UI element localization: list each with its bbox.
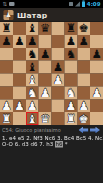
- white-b-piece: ♝: [27, 113, 37, 125]
- square-a8[interactable]: ♜: [0, 22, 13, 35]
- square-f7[interactable]: ♟: [64, 35, 77, 48]
- white-k-piece: ♚: [79, 113, 89, 125]
- square-f1[interactable]: ♜: [64, 112, 77, 125]
- back-arrow-icon[interactable]: [79, 127, 89, 134]
- square-d3[interactable]: ♟: [39, 86, 52, 99]
- black-p-piece: ♟: [91, 48, 101, 60]
- square-d6[interactable]: ♟: [39, 48, 52, 61]
- square-d8[interactable]: ♛: [39, 22, 52, 35]
- white-b-piece: ♝: [27, 74, 37, 86]
- square-g6[interactable]: [77, 48, 90, 61]
- square-a2[interactable]: ♟: [0, 99, 13, 112]
- move-list-line-2[interactable]: O-O 6. d3 d6 7. h3 h6 *: [2, 141, 101, 148]
- square-c7[interactable]: ♟: [26, 35, 39, 48]
- white-q-piece: ♛: [40, 113, 50, 125]
- square-d7[interactable]: [39, 35, 52, 48]
- square-d4[interactable]: [39, 74, 52, 87]
- square-c3[interactable]: ♞: [26, 86, 39, 99]
- move-list-line-2-post: *: [63, 141, 68, 148]
- black-p-piece: ♟: [14, 36, 24, 48]
- black-b-piece: ♝: [27, 23, 37, 35]
- square-c5[interactable]: ♝: [26, 61, 39, 74]
- black-r-piece: ♜: [1, 23, 11, 35]
- black-b-piece: ♝: [27, 61, 37, 73]
- black-p-piece: ♟: [27, 36, 37, 48]
- square-c2[interactable]: ♟: [26, 99, 39, 112]
- opening-name-text: C54: Giuoco pianissimo: [2, 127, 79, 133]
- square-g5[interactable]: [77, 61, 90, 74]
- square-h3[interactable]: ♟: [90, 86, 103, 99]
- square-e3[interactable]: [52, 86, 65, 99]
- square-f6[interactable]: ♞: [64, 48, 77, 61]
- square-b2[interactable]: ♟: [13, 99, 26, 112]
- square-g4[interactable]: [77, 74, 90, 87]
- square-e4[interactable]: ♟: [52, 74, 65, 87]
- app-icon: ♟: [4, 10, 14, 20]
- black-q-piece: ♛: [40, 23, 50, 35]
- square-b6[interactable]: [13, 48, 26, 61]
- square-g2[interactable]: ♟: [77, 99, 90, 112]
- black-p-piece: ♟: [66, 36, 76, 48]
- square-a4[interactable]: [0, 74, 13, 87]
- square-f8[interactable]: ♜: [64, 22, 77, 35]
- square-a1[interactable]: ♜: [0, 112, 13, 125]
- square-g3[interactable]: [77, 86, 90, 99]
- black-n-piece: ♞: [66, 48, 76, 60]
- chess-board: ♜♝♛♜♚♟♟♟♟♟♞♟♞♟♝♟♝♟♞♟♞♟♟♟♟♟♟♜♝♛♜♚: [0, 22, 103, 125]
- square-b4[interactable]: [13, 74, 26, 87]
- status-bar: ⇅ 4:09: [0, 0, 103, 8]
- debug-icon: [69, 2, 73, 6]
- title-bar: ♟ Шатар: [0, 8, 103, 22]
- forward-arrow-icon[interactable]: [90, 127, 100, 134]
- move-panel: C54: Giuoco pianissimo 1. e4 e5 2. Nf3 N…: [0, 125, 103, 148]
- white-p-piece: ♟: [91, 87, 101, 99]
- white-p-piece: ♟: [27, 100, 37, 112]
- black-p-piece: ♟: [1, 36, 11, 48]
- square-g7[interactable]: ♟: [77, 35, 90, 48]
- square-e2[interactable]: [52, 99, 65, 112]
- square-h4[interactable]: [90, 74, 103, 87]
- square-f3[interactable]: ♞: [64, 86, 77, 99]
- white-n-piece: ♞: [66, 87, 76, 99]
- square-b8[interactable]: [13, 22, 26, 35]
- square-e6[interactable]: [52, 48, 65, 61]
- square-b5[interactable]: [13, 61, 26, 74]
- white-p-piece: ♟: [79, 100, 89, 112]
- usb-icon: ⇅: [3, 0, 8, 8]
- status-row: C54: Giuoco pianissimo: [2, 127, 101, 134]
- white-r-piece: ♜: [1, 113, 11, 125]
- square-a6[interactable]: [0, 48, 13, 61]
- move-list[interactable]: 1. e4 e5 2. Nf3 Nc6 3. Bc4 Bc5 4. Nc3 Nf…: [2, 135, 101, 148]
- square-h1[interactable]: [90, 112, 103, 125]
- battery-icon: [82, 1, 85, 7]
- notification-message-icon: [9, 2, 15, 6]
- square-f5[interactable]: [64, 61, 77, 74]
- square-c1[interactable]: ♝: [26, 112, 39, 125]
- white-r-piece: ♜: [66, 113, 76, 125]
- move-list-line-2-pre[interactable]: O-O 6. d3 d6 7. h3: [2, 141, 55, 148]
- black-p-piece: ♟: [40, 48, 50, 60]
- square-d1[interactable]: ♛: [39, 112, 52, 125]
- black-n-piece: ♞: [27, 48, 37, 60]
- square-a3[interactable]: [0, 86, 13, 99]
- white-p-piece: ♟: [40, 87, 50, 99]
- white-p-piece: ♟: [53, 74, 63, 86]
- white-p-piece: ♟: [14, 100, 24, 112]
- square-h2[interactable]: [90, 99, 103, 112]
- square-f2[interactable]: ♟: [64, 99, 77, 112]
- square-f4[interactable]: [64, 74, 77, 87]
- square-b7[interactable]: ♟: [13, 35, 26, 48]
- black-p-piece: ♟: [79, 36, 89, 48]
- black-p-piece: ♟: [53, 61, 63, 73]
- square-e5[interactable]: ♟: [52, 61, 65, 74]
- square-c8[interactable]: ♝: [26, 22, 39, 35]
- black-r-piece: ♜: [66, 23, 76, 35]
- square-e8[interactable]: [52, 22, 65, 35]
- current-move[interactable]: h6: [55, 141, 63, 148]
- square-e7[interactable]: [52, 35, 65, 48]
- square-b3[interactable]: [13, 86, 26, 99]
- square-h6[interactable]: ♟: [90, 48, 103, 61]
- square-e1[interactable]: [52, 112, 65, 125]
- page-title: Шатар: [17, 10, 47, 19]
- square-h7[interactable]: [90, 35, 103, 48]
- square-d2[interactable]: [39, 99, 52, 112]
- screen: ⇅ 4:09 ♟ Шатар ♜♝♛♜♚♟♟♟♟♟♞♟♞♟♝♟♝♟♞♟♞♟♟♟♟…: [0, 0, 103, 183]
- move-navigation: [79, 127, 101, 134]
- white-p-piece: ♟: [1, 100, 11, 112]
- white-p-piece: ♟: [66, 100, 76, 112]
- square-h8[interactable]: [90, 22, 103, 35]
- clock-text: 4:09: [87, 1, 101, 8]
- square-a5[interactable]: [0, 61, 13, 74]
- square-g1[interactable]: ♚: [77, 112, 90, 125]
- square-a7[interactable]: ♟: [0, 35, 13, 48]
- square-h5[interactable]: [90, 61, 103, 74]
- square-c4[interactable]: ♝: [26, 74, 39, 87]
- white-n-piece: ♞: [27, 87, 37, 99]
- square-d5[interactable]: [39, 61, 52, 74]
- signal-icon: [75, 2, 80, 7]
- black-k-piece: ♚: [79, 23, 89, 35]
- square-c6[interactable]: ♞: [26, 48, 39, 61]
- square-b1[interactable]: [13, 112, 26, 125]
- square-g8[interactable]: ♚: [77, 22, 90, 35]
